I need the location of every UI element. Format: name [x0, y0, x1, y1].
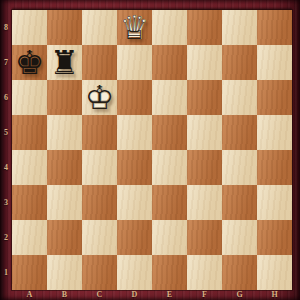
file-label-e: E: [152, 290, 187, 300]
file-label-g: G: [222, 290, 257, 300]
square-h2[interactable]: [257, 220, 292, 255]
square-f4[interactable]: [187, 150, 222, 185]
square-c3[interactable]: [82, 185, 117, 220]
square-h3[interactable]: [257, 185, 292, 220]
square-g6[interactable]: [222, 80, 257, 115]
square-e2[interactable]: [152, 220, 187, 255]
square-b8[interactable]: [47, 10, 82, 45]
square-d6[interactable]: [117, 80, 152, 115]
square-e4[interactable]: [152, 150, 187, 185]
square-e8[interactable]: [152, 10, 187, 45]
file-label-h: H: [257, 290, 292, 300]
rank-label-7: 7: [0, 45, 12, 80]
chess-board: ♛♕♚♜♚♔: [12, 10, 292, 290]
white-king-outline-glyph: ♔: [82, 80, 117, 115]
square-e7[interactable]: [152, 45, 187, 80]
file-label-a: A: [12, 290, 47, 300]
black-rook-b7[interactable]: ♜: [47, 45, 82, 80]
square-h8[interactable]: [257, 10, 292, 45]
chess-diagram: 87654321 ABCDEFGH ♛♕♚♜♚♔: [0, 0, 300, 300]
square-d4[interactable]: [117, 150, 152, 185]
square-e5[interactable]: [152, 115, 187, 150]
square-c6[interactable]: ♚♔: [82, 80, 117, 115]
black-rook-glyph: ♜: [47, 45, 82, 80]
square-b3[interactable]: [47, 185, 82, 220]
file-label-c: C: [82, 290, 117, 300]
square-a1[interactable]: [12, 255, 47, 290]
square-g1[interactable]: [222, 255, 257, 290]
square-b5[interactable]: [47, 115, 82, 150]
rank-label-6: 6: [0, 80, 12, 115]
square-h5[interactable]: [257, 115, 292, 150]
square-d1[interactable]: [117, 255, 152, 290]
square-a7[interactable]: ♚: [12, 45, 47, 80]
square-g3[interactable]: [222, 185, 257, 220]
square-d5[interactable]: [117, 115, 152, 150]
rank-label-3: 3: [0, 185, 12, 220]
file-label-d: D: [117, 290, 152, 300]
square-d7[interactable]: [117, 45, 152, 80]
square-f3[interactable]: [187, 185, 222, 220]
square-f8[interactable]: [187, 10, 222, 45]
square-g8[interactable]: [222, 10, 257, 45]
white-king-c6[interactable]: ♚♔: [82, 80, 117, 115]
rank-label-2: 2: [0, 220, 12, 255]
file-labels: ABCDEFGH: [12, 290, 292, 300]
square-h6[interactable]: [257, 80, 292, 115]
square-b7[interactable]: ♜: [47, 45, 82, 80]
square-b2[interactable]: [47, 220, 82, 255]
square-c8[interactable]: [82, 10, 117, 45]
square-f6[interactable]: [187, 80, 222, 115]
file-label-f: F: [187, 290, 222, 300]
square-a5[interactable]: [12, 115, 47, 150]
square-h4[interactable]: [257, 150, 292, 185]
square-f2[interactable]: [187, 220, 222, 255]
square-a6[interactable]: [12, 80, 47, 115]
square-c2[interactable]: [82, 220, 117, 255]
square-a8[interactable]: [12, 10, 47, 45]
square-e3[interactable]: [152, 185, 187, 220]
square-d2[interactable]: [117, 220, 152, 255]
square-b4[interactable]: [47, 150, 82, 185]
rank-labels: 87654321: [0, 10, 12, 290]
square-b1[interactable]: [47, 255, 82, 290]
square-h1[interactable]: [257, 255, 292, 290]
black-king-glyph: ♚: [12, 45, 47, 80]
file-label-b: B: [47, 290, 82, 300]
square-f7[interactable]: [187, 45, 222, 80]
square-c7[interactable]: [82, 45, 117, 80]
square-f1[interactable]: [187, 255, 222, 290]
rank-label-1: 1: [0, 255, 12, 290]
white-queen-d8[interactable]: ♛♕: [117, 10, 152, 45]
square-f5[interactable]: [187, 115, 222, 150]
rank-label-4: 4: [0, 150, 12, 185]
square-g2[interactable]: [222, 220, 257, 255]
square-e6[interactable]: [152, 80, 187, 115]
rank-label-5: 5: [0, 115, 12, 150]
square-b6[interactable]: [47, 80, 82, 115]
black-king-a7[interactable]: ♚: [12, 45, 47, 80]
square-c4[interactable]: [82, 150, 117, 185]
square-c1[interactable]: [82, 255, 117, 290]
square-g4[interactable]: [222, 150, 257, 185]
square-a2[interactable]: [12, 220, 47, 255]
square-a4[interactable]: [12, 150, 47, 185]
square-d3[interactable]: [117, 185, 152, 220]
white-queen-outline-glyph: ♕: [117, 10, 152, 45]
square-d8[interactable]: ♛♕: [117, 10, 152, 45]
square-g5[interactable]: [222, 115, 257, 150]
square-a3[interactable]: [12, 185, 47, 220]
square-g7[interactable]: [222, 45, 257, 80]
square-h7[interactable]: [257, 45, 292, 80]
square-e1[interactable]: [152, 255, 187, 290]
rank-label-8: 8: [0, 10, 12, 45]
square-c5[interactable]: [82, 115, 117, 150]
